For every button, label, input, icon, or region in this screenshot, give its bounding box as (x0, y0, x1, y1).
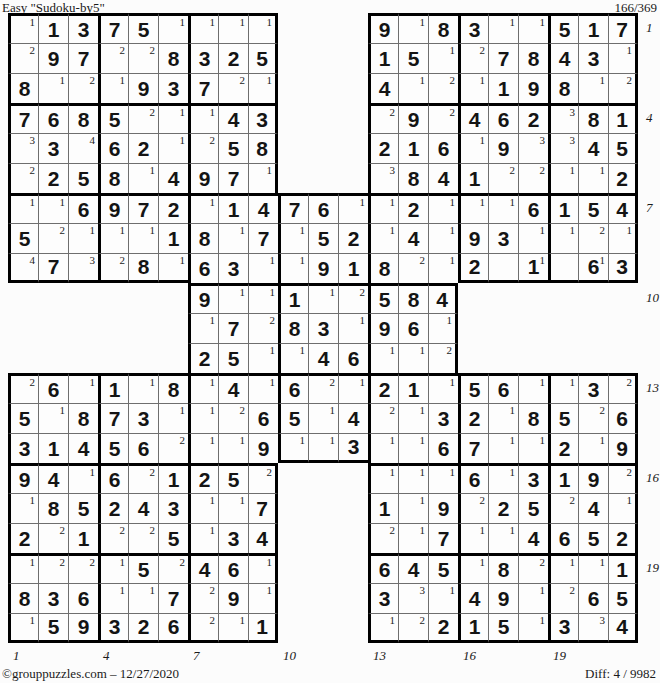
cell-r13c18[interactable]: 1 (518, 373, 548, 403)
cell-r8c12[interactable]: 2 (338, 223, 368, 253)
cell-r10c9[interactable]: 1 (248, 283, 278, 313)
cell-r2c8[interactable]: 2 (218, 43, 248, 73)
cell-r3c16[interactable]: 1 (458, 73, 488, 103)
cell-r16c3[interactable]: 1 (68, 463, 98, 493)
cell-r19c13[interactable]: 6 (368, 553, 398, 583)
cell-r9c18[interactable]: 11 (518, 253, 548, 283)
cell-r18c20[interactable]: 5 (578, 523, 608, 553)
cell-r12c14[interactable]: 1 (398, 343, 428, 373)
cell-r5c21[interactable]: 5 (608, 133, 638, 163)
cell-r21c21[interactable]: 4 (608, 613, 638, 643)
cell-r18c1[interactable]: 2 (8, 523, 38, 553)
cell-r21c7[interactable]: 2 (188, 613, 218, 643)
cell-r17c14[interactable]: 1 (398, 493, 428, 523)
cell-r18c2[interactable]: 2 (38, 523, 68, 553)
cell-r19c19[interactable]: 1 (548, 553, 578, 583)
cell-r17c15[interactable]: 9 (428, 493, 458, 523)
cell-r5c20[interactable]: 4 (578, 133, 608, 163)
cell-r14c1[interactable]: 5 (8, 403, 38, 433)
cell-r17c2[interactable]: 8 (38, 493, 68, 523)
cell-r4c18[interactable]: 2 (518, 103, 548, 133)
cell-r1c21[interactable]: 7 (608, 13, 638, 43)
cell-r5c1[interactable]: 3 (8, 133, 38, 163)
cell-r19c4[interactable]: 1 (98, 553, 128, 583)
cell-r21c1[interactable]: 1 (8, 613, 38, 643)
cell-r3c7[interactable]: 7 (188, 73, 218, 103)
cell-r19c6[interactable]: 2 (158, 553, 188, 583)
cell-r6c5[interactable]: 1 (128, 163, 158, 193)
cell-r14c4[interactable]: 7 (98, 403, 128, 433)
cell-r17c19[interactable]: 2 (548, 493, 578, 523)
cell-r16c14[interactable]: 1 (398, 463, 428, 493)
cell-r2c7[interactable]: 3 (188, 43, 218, 73)
cell-r2c4[interactable]: 2 (98, 43, 128, 73)
cell-r21c19[interactable]: 3 (548, 613, 578, 643)
cell-r13c11[interactable]: 2 (308, 373, 338, 403)
cell-r21c17[interactable]: 5 (488, 613, 518, 643)
cell-r15c19[interactable]: 2 (548, 433, 578, 463)
cell-r17c1[interactable]: 1 (8, 493, 38, 523)
cell-r7c12[interactable]: 1 (338, 193, 368, 223)
cell-r15c10[interactable]: 1 (278, 433, 308, 463)
cell-r3c3[interactable]: 2 (68, 73, 98, 103)
cell-r7c21[interactable]: 4 (608, 193, 638, 223)
cell-r6c7[interactable]: 9 (188, 163, 218, 193)
cell-r2c17[interactable]: 7 (488, 43, 518, 73)
cell-r3c2[interactable]: 1 (38, 73, 68, 103)
cell-r10c13[interactable]: 5 (368, 283, 398, 313)
cell-r3c5[interactable]: 9 (128, 73, 158, 103)
cell-r13c12[interactable]: 1 (338, 373, 368, 403)
cell-r19c16[interactable]: 1 (458, 553, 488, 583)
cell-r9c19[interactable] (548, 253, 578, 283)
cell-r14c6[interactable]: 1 (158, 403, 188, 433)
cell-r4c9[interactable]: 3 (248, 103, 278, 133)
cell-r7c11[interactable]: 6 (308, 193, 338, 223)
cell-r18c7[interactable]: 1 (188, 523, 218, 553)
cell-r5c18[interactable]: 3 (518, 133, 548, 163)
cell-r11c10[interactable]: 8 (278, 313, 308, 343)
cell-r15c11[interactable]: 1 (308, 433, 338, 463)
cell-r9c10[interactable]: 1 (278, 253, 308, 283)
cell-r4c1[interactable]: 7 (8, 103, 38, 133)
cell-r19c18[interactable]: 2 (518, 553, 548, 583)
cell-r16c18[interactable]: 3 (518, 463, 548, 493)
cell-r3c17[interactable]: 1 (488, 73, 518, 103)
cell-r3c8[interactable]: 2 (218, 73, 248, 103)
cell-r4c13[interactable]: 2 (368, 103, 398, 133)
cell-r13c21[interactable]: 2 (608, 373, 638, 403)
cell-r14c18[interactable]: 8 (518, 403, 548, 433)
cell-r12c12[interactable]: 6 (338, 343, 368, 373)
cell-r6c17[interactable]: 2 (488, 163, 518, 193)
cell-r15c20[interactable]: 1 (578, 433, 608, 463)
cell-r8c11[interactable]: 5 (308, 223, 338, 253)
cell-r14c21[interactable]: 6 (608, 403, 638, 433)
cell-r20c9[interactable]: 1 (248, 583, 278, 613)
cell-r18c9[interactable]: 4 (248, 523, 278, 553)
cell-r19c17[interactable]: 8 (488, 553, 518, 583)
cell-r5c14[interactable]: 1 (398, 133, 428, 163)
cell-r20c6[interactable]: 7 (158, 583, 188, 613)
cell-r1c17[interactable]: 1 (488, 13, 518, 43)
cell-r6c8[interactable]: 7 (218, 163, 248, 193)
cell-r1c5[interactable]: 5 (128, 13, 158, 43)
cell-r12c8[interactable]: 5 (218, 343, 248, 373)
cell-r21c20[interactable]: 3 (578, 613, 608, 643)
cell-r1c20[interactable]: 1 (578, 13, 608, 43)
cell-r16c17[interactable]: 1 (488, 463, 518, 493)
cell-r19c3[interactable]: 2 (68, 553, 98, 583)
cell-r8c21[interactable]: 1 (608, 223, 638, 253)
cell-r13c5[interactable]: 1 (128, 373, 158, 403)
cell-r8c19[interactable]: 1 (548, 223, 578, 253)
cell-r16c9[interactable]: 2 (248, 463, 278, 493)
cell-r16c20[interactable]: 9 (578, 463, 608, 493)
cell-r8c7[interactable]: 8 (188, 223, 218, 253)
cell-r18c21[interactable]: 2 (608, 523, 638, 553)
cell-r3c20[interactable]: 1 (578, 73, 608, 103)
cell-r16c15[interactable]: 1 (428, 463, 458, 493)
cell-r16c2[interactable]: 4 (38, 463, 68, 493)
cell-r7c20[interactable]: 5 (578, 193, 608, 223)
cell-r14c15[interactable]: 3 (428, 403, 458, 433)
cell-r3c15[interactable]: 2 (428, 73, 458, 103)
cell-r6c6[interactable]: 4 (158, 163, 188, 193)
cell-r7c7[interactable]: 1 (188, 193, 218, 223)
cell-r1c6[interactable]: 1 (158, 13, 188, 43)
cell-r19c8[interactable]: 6 (218, 553, 248, 583)
cell-r5c2[interactable]: 3 (38, 133, 68, 163)
cell-r6c9[interactable]: 1 (248, 163, 278, 193)
cell-r13c16[interactable]: 5 (458, 373, 488, 403)
cell-r20c14[interactable]: 3 (398, 583, 428, 613)
cell-r18c6[interactable]: 5 (158, 523, 188, 553)
cell-r7c4[interactable]: 9 (98, 193, 128, 223)
cell-r19c15[interactable]: 5 (428, 553, 458, 583)
cell-r2c14[interactable]: 5 (398, 43, 428, 73)
cell-r1c4[interactable]: 7 (98, 13, 128, 43)
cell-r7c16[interactable]: 1 (458, 193, 488, 223)
cell-r4c17[interactable]: 6 (488, 103, 518, 133)
cell-r9c4[interactable]: 2 (98, 253, 128, 283)
cell-r9c15[interactable]: 1 (428, 253, 458, 283)
cell-r10c15[interactable]: 4 (428, 283, 458, 313)
cell-r5c5[interactable]: 2 (128, 133, 158, 163)
cell-r4c3[interactable]: 8 (68, 103, 98, 133)
cell-r11c13[interactable]: 9 (368, 313, 398, 343)
cell-r9c9[interactable]: 1 (248, 253, 278, 283)
cell-r2c19[interactable]: 4 (548, 43, 578, 73)
cell-r12c10[interactable]: 1 (278, 343, 308, 373)
cell-r5c8[interactable]: 5 (218, 133, 248, 163)
cell-r8c13[interactable]: 1 (368, 223, 398, 253)
cell-r12c13[interactable]: 1 (368, 343, 398, 373)
cell-r21c3[interactable]: 9 (68, 613, 98, 643)
cell-r20c1[interactable]: 8 (8, 583, 38, 613)
cell-r9c21[interactable]: 3 (608, 253, 638, 283)
cell-r18c4[interactable]: 2 (98, 523, 128, 553)
cell-r15c15[interactable]: 6 (428, 433, 458, 463)
cell-r7c10[interactable]: 7 (278, 193, 308, 223)
cell-r15c3[interactable]: 4 (68, 433, 98, 463)
cell-r16c16[interactable]: 6 (458, 463, 488, 493)
cell-r2c21[interactable]: 1 (608, 43, 638, 73)
cell-r20c13[interactable]: 3 (368, 583, 398, 613)
cell-r15c21[interactable]: 9 (608, 433, 638, 463)
cell-r3c21[interactable]: 2 (608, 73, 638, 103)
cell-r4c16[interactable]: 4 (458, 103, 488, 133)
cell-r12c7[interactable]: 2 (188, 343, 218, 373)
cell-r8c10[interactable]: 1 (278, 223, 308, 253)
cell-r1c15[interactable]: 8 (428, 13, 458, 43)
cell-r8c16[interactable]: 9 (458, 223, 488, 253)
cell-r17c16[interactable]: 2 (458, 493, 488, 523)
cell-r13c19[interactable]: 1 (548, 373, 578, 403)
cell-r16c6[interactable]: 1 (158, 463, 188, 493)
cell-r17c7[interactable]: 1 (188, 493, 218, 523)
cell-r6c20[interactable]: 1 (578, 163, 608, 193)
cell-r19c5[interactable]: 5 (128, 553, 158, 583)
cell-r1c13[interactable]: 9 (368, 13, 398, 43)
cell-r3c9[interactable]: 1 (248, 73, 278, 103)
cell-r2c2[interactable]: 9 (38, 43, 68, 73)
cell-r6c14[interactable]: 8 (398, 163, 428, 193)
cell-r11c14[interactable]: 6 (398, 313, 428, 343)
cell-r6c21[interactable]: 2 (608, 163, 638, 193)
cell-r2c6[interactable]: 8 (158, 43, 188, 73)
cell-r13c2[interactable]: 6 (38, 373, 68, 403)
cell-r20c19[interactable]: 2 (548, 583, 578, 613)
cell-r4c2[interactable]: 6 (38, 103, 68, 133)
cell-r15c14[interactable]: 1 (398, 433, 428, 463)
cell-r9c8[interactable]: 3 (218, 253, 248, 283)
cell-r5c16[interactable]: 1 (458, 133, 488, 163)
cell-r16c19[interactable]: 1 (548, 463, 578, 493)
cell-r14c12[interactable]: 4 (338, 403, 368, 433)
cell-r21c18[interactable]: 1 (518, 613, 548, 643)
cell-r2c3[interactable]: 7 (68, 43, 98, 73)
cell-r17c4[interactable]: 2 (98, 493, 128, 523)
cell-r12c9[interactable]: 1 (248, 343, 278, 373)
cell-r8c8[interactable]: 1 (218, 223, 248, 253)
cell-r19c1[interactable]: 1 (8, 553, 38, 583)
cell-r15c17[interactable]: 1 (488, 433, 518, 463)
cell-r1c7[interactable]: 1 (188, 13, 218, 43)
cell-r17c3[interactable]: 5 (68, 493, 98, 523)
cell-r6c2[interactable]: 2 (38, 163, 68, 193)
cell-r17c18[interactable]: 5 (518, 493, 548, 523)
cell-r13c6[interactable]: 8 (158, 373, 188, 403)
cell-r10c8[interactable]: 1 (218, 283, 248, 313)
cell-r9c1[interactable]: 4 (8, 253, 38, 283)
cell-r13c14[interactable]: 1 (398, 373, 428, 403)
cell-r3c14[interactable]: 1 (398, 73, 428, 103)
cell-r2c15[interactable]: 1 (428, 43, 458, 73)
cell-r4c5[interactable]: 2 (128, 103, 158, 133)
cell-r7c2[interactable]: 1 (38, 193, 68, 223)
cell-r18c3[interactable]: 1 (68, 523, 98, 553)
cell-r8c5[interactable]: 1 (128, 223, 158, 253)
cell-r8c18[interactable]: 1 (518, 223, 548, 253)
cell-r20c18[interactable]: 1 (518, 583, 548, 613)
cell-r4c14[interactable]: 9 (398, 103, 428, 133)
cell-r2c20[interactable]: 3 (578, 43, 608, 73)
cell-r11c8[interactable]: 7 (218, 313, 248, 343)
cell-r17c8[interactable]: 1 (218, 493, 248, 523)
cell-r15c16[interactable]: 7 (458, 433, 488, 463)
cell-r4c21[interactable]: 1 (608, 103, 638, 133)
cell-r21c8[interactable]: 1 (218, 613, 248, 643)
cell-r19c7[interactable]: 4 (188, 553, 218, 583)
cell-r8c17[interactable]: 3 (488, 223, 518, 253)
cell-r14c13[interactable]: 2 (368, 403, 398, 433)
cell-r16c13[interactable]: 1 (368, 463, 398, 493)
cell-r17c17[interactable]: 2 (488, 493, 518, 523)
cell-r2c16[interactable]: 2 (458, 43, 488, 73)
cell-r13c8[interactable]: 4 (218, 373, 248, 403)
cell-r20c15[interactable]: 1 (428, 583, 458, 613)
cell-r20c8[interactable]: 9 (218, 583, 248, 613)
cell-r6c13[interactable]: 3 (368, 163, 398, 193)
cell-r7c5[interactable]: 7 (128, 193, 158, 223)
cell-r9c16[interactable]: 2 (458, 253, 488, 283)
cell-r1c19[interactable]: 5 (548, 13, 578, 43)
cell-r6c4[interactable]: 8 (98, 163, 128, 193)
cell-r17c6[interactable]: 3 (158, 493, 188, 523)
cell-r9c12[interactable]: 1 (338, 253, 368, 283)
cell-r20c20[interactable]: 6 (578, 583, 608, 613)
cell-r9c20[interactable]: 61 (578, 253, 608, 283)
cell-r15c13[interactable]: 1 (368, 433, 398, 463)
cell-r6c15[interactable]: 4 (428, 163, 458, 193)
cell-r11c12[interactable]: 1 (338, 313, 368, 343)
cell-r18c16[interactable]: 1 (458, 523, 488, 553)
cell-r2c13[interactable]: 1 (368, 43, 398, 73)
cell-r9c5[interactable]: 8 (128, 253, 158, 283)
cell-r21c15[interactable]: 2 (428, 613, 458, 643)
cell-r18c15[interactable]: 7 (428, 523, 458, 553)
cell-r3c4[interactable]: 1 (98, 73, 128, 103)
cell-r12c11[interactable]: 4 (308, 343, 338, 373)
cell-r5c13[interactable]: 2 (368, 133, 398, 163)
cell-r16c21[interactable]: 2 (608, 463, 638, 493)
cell-r14c10[interactable]: 5 (278, 403, 308, 433)
cell-r4c15[interactable]: 2 (428, 103, 458, 133)
cell-r15c7[interactable]: 1 (188, 433, 218, 463)
cell-r4c8[interactable]: 4 (218, 103, 248, 133)
cell-r20c3[interactable]: 6 (68, 583, 98, 613)
cell-r16c8[interactable]: 5 (218, 463, 248, 493)
cell-r14c9[interactable]: 6 (248, 403, 278, 433)
cell-r21c2[interactable]: 5 (38, 613, 68, 643)
cell-r15c1[interactable]: 3 (8, 433, 38, 463)
cell-r7c18[interactable]: 6 (518, 193, 548, 223)
cell-r7c1[interactable]: 1 (8, 193, 38, 223)
cell-r14c17[interactable]: 1 (488, 403, 518, 433)
cell-r4c19[interactable]: 3 (548, 103, 578, 133)
cell-r18c5[interactable]: 2 (128, 523, 158, 553)
cell-r8c1[interactable]: 5 (8, 223, 38, 253)
cell-r5c9[interactable]: 8 (248, 133, 278, 163)
cell-r5c7[interactable]: 2 (188, 133, 218, 163)
cell-r16c4[interactable]: 6 (98, 463, 128, 493)
cell-r21c5[interactable]: 2 (128, 613, 158, 643)
cell-r1c8[interactable]: 1 (218, 13, 248, 43)
cell-r14c11[interactable]: 1 (308, 403, 338, 433)
cell-r16c7[interactable]: 2 (188, 463, 218, 493)
cell-r20c7[interactable]: 2 (188, 583, 218, 613)
cell-r4c6[interactable]: 1 (158, 103, 188, 133)
cell-r18c17[interactable]: 1 (488, 523, 518, 553)
cell-r15c6[interactable]: 2 (158, 433, 188, 463)
cell-r6c3[interactable]: 5 (68, 163, 98, 193)
cell-r7c6[interactable]: 2 (158, 193, 188, 223)
cell-r11c9[interactable]: 2 (248, 313, 278, 343)
cell-r20c16[interactable]: 4 (458, 583, 488, 613)
cell-r1c14[interactable]: 1 (398, 13, 428, 43)
cell-r7c15[interactable]: 1 (428, 193, 458, 223)
cell-r1c9[interactable]: 1 (248, 13, 278, 43)
cell-r17c21[interactable]: 1 (608, 493, 638, 523)
cell-r5c3[interactable]: 4 (68, 133, 98, 163)
cell-r4c7[interactable]: 1 (188, 103, 218, 133)
cell-r12c15[interactable]: 2 (428, 343, 458, 373)
cell-r17c20[interactable]: 4 (578, 493, 608, 523)
cell-r13c7[interactable]: 1 (188, 373, 218, 403)
cell-r2c1[interactable]: 2 (8, 43, 38, 73)
cell-r14c16[interactable]: 2 (458, 403, 488, 433)
cell-r3c1[interactable]: 8 (8, 73, 38, 103)
cell-r14c14[interactable]: 1 (398, 403, 428, 433)
cell-r13c15[interactable]: 1 (428, 373, 458, 403)
cell-r20c21[interactable]: 5 (608, 583, 638, 613)
cell-r14c5[interactable]: 3 (128, 403, 158, 433)
cell-r7c19[interactable]: 1 (548, 193, 578, 223)
cell-r10c12[interactable]: 2 (338, 283, 368, 313)
cell-r10c11[interactable]: 1 (308, 283, 338, 313)
cell-r14c19[interactable]: 5 (548, 403, 578, 433)
cell-r13c17[interactable]: 6 (488, 373, 518, 403)
cell-r20c4[interactable]: 1 (98, 583, 128, 613)
cell-r19c2[interactable]: 2 (38, 553, 68, 583)
cell-r17c9[interactable]: 7 (248, 493, 278, 523)
cell-r16c1[interactable]: 9 (8, 463, 38, 493)
cell-r15c4[interactable]: 5 (98, 433, 128, 463)
cell-r17c13[interactable]: 1 (368, 493, 398, 523)
cell-r15c2[interactable]: 1 (38, 433, 68, 463)
cell-r2c9[interactable]: 5 (248, 43, 278, 73)
cell-r13c10[interactable]: 6 (278, 373, 308, 403)
cell-r19c20[interactable]: 1 (578, 553, 608, 583)
cell-r19c9[interactable]: 1 (248, 553, 278, 583)
cell-r18c8[interactable]: 3 (218, 523, 248, 553)
cell-r17c5[interactable]: 4 (128, 493, 158, 523)
cell-r8c3[interactable]: 1 (68, 223, 98, 253)
cell-r1c18[interactable]: 1 (518, 13, 548, 43)
cell-r4c4[interactable]: 5 (98, 103, 128, 133)
cell-r10c7[interactable]: 9 (188, 283, 218, 313)
cell-r5c15[interactable]: 6 (428, 133, 458, 163)
cell-r9c17[interactable] (488, 253, 518, 283)
cell-r7c17[interactable]: 1 (488, 193, 518, 223)
cell-r11c7[interactable]: 1 (188, 313, 218, 343)
cell-r6c1[interactable]: 2 (8, 163, 38, 193)
cell-r19c21[interactable]: 1 (608, 553, 638, 583)
cell-r14c7[interactable]: 1 (188, 403, 218, 433)
cell-r9c11[interactable]: 9 (308, 253, 338, 283)
cell-r13c3[interactable]: 1 (68, 373, 98, 403)
